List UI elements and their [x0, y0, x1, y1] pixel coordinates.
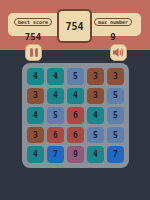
tile-7[interactable]: 7	[47, 146, 64, 163]
tile-3[interactable]: 3	[87, 88, 104, 105]
best-score-section: best score 754	[8, 9, 58, 43]
tile-4[interactable]: 4	[47, 88, 64, 105]
tile-7[interactable]: 7	[107, 146, 124, 163]
tile-5[interactable]: 5	[107, 107, 124, 124]
best-score-value: 754	[8, 32, 58, 42]
max-number-value: 9	[93, 32, 133, 42]
tile-5[interactable]: 5	[87, 127, 104, 144]
tile-9[interactable]: 9	[67, 146, 84, 163]
tile-4[interactable]: 4	[27, 68, 44, 85]
tile-5[interactable]: 5	[67, 68, 84, 85]
speaker-volume-icon	[113, 47, 124, 58]
max-number-label: max number	[94, 18, 132, 26]
tile-6[interactable]: 6	[67, 107, 84, 124]
max-number-section: max number 9	[93, 9, 133, 43]
tile-5[interactable]: 5	[47, 107, 64, 124]
current-score-box: 754	[57, 9, 92, 43]
tile-3[interactable]: 3	[107, 68, 124, 85]
tile-4[interactable]: 4	[87, 107, 104, 124]
tile-5[interactable]: 5	[107, 127, 124, 144]
pause-icon	[30, 48, 38, 57]
tile-6[interactable]: 6	[67, 127, 84, 144]
sound-button[interactable]	[110, 44, 127, 61]
tile-3[interactable]: 3	[87, 68, 104, 85]
tile-6[interactable]: 6	[47, 127, 64, 144]
current-score-value: 754	[65, 21, 83, 32]
board-container[interactable]: 4453334435456453665547947	[22, 63, 129, 168]
tile-5[interactable]: 5	[107, 88, 124, 105]
tile-4[interactable]: 4	[27, 107, 44, 124]
best-score-label: best score	[14, 18, 52, 26]
board-grid[interactable]: 4453334435456453665547947	[27, 68, 124, 163]
tile-4[interactable]: 4	[67, 88, 84, 105]
tile-4[interactable]: 4	[47, 68, 64, 85]
tile-3[interactable]: 3	[27, 88, 44, 105]
tile-3[interactable]: 3	[27, 127, 44, 144]
tile-4[interactable]: 4	[27, 146, 44, 163]
pause-button[interactable]	[25, 44, 42, 61]
tile-4[interactable]: 4	[87, 146, 104, 163]
